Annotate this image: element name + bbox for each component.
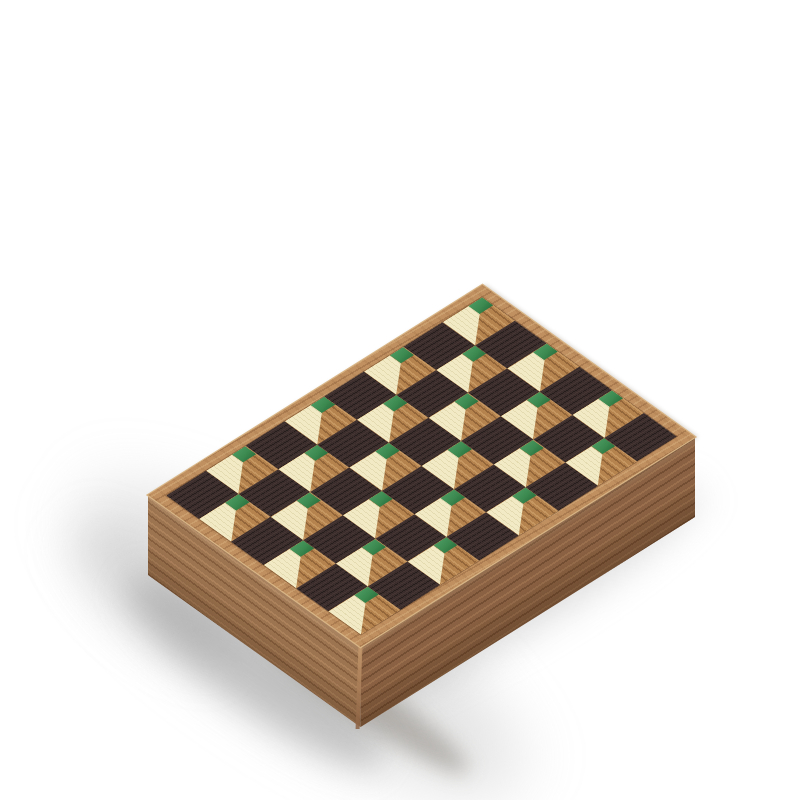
product-photo-scene [0, 0, 800, 800]
